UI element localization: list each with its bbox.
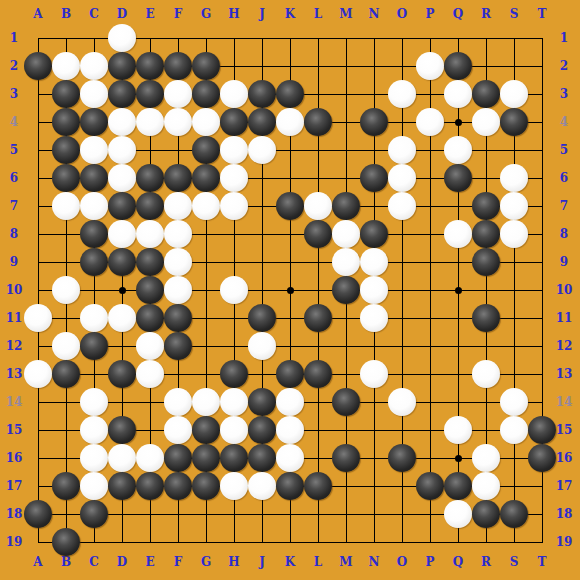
intersection-A18[interactable] [24, 500, 52, 528]
black-stone-E7[interactable] [136, 192, 164, 220]
intersection-M4[interactable] [332, 108, 360, 136]
white-stone-J12[interactable] [248, 332, 276, 360]
intersection-S9[interactable] [500, 248, 528, 276]
intersection-L12[interactable] [304, 332, 332, 360]
intersection-F18[interactable] [164, 500, 192, 528]
intersection-C13[interactable] [80, 360, 108, 388]
intersection-P13[interactable] [416, 360, 444, 388]
intersection-G6[interactable] [192, 164, 220, 192]
black-stone-M10[interactable] [332, 276, 360, 304]
black-stone-L13[interactable] [304, 360, 332, 388]
intersection-L11[interactable] [304, 304, 332, 332]
intersection-J19[interactable] [248, 528, 276, 556]
black-stone-A18[interactable] [24, 500, 52, 528]
intersection-S19[interactable] [500, 528, 528, 556]
intersection-B7[interactable] [52, 192, 80, 220]
white-stone-C3[interactable] [80, 80, 108, 108]
intersection-Q2[interactable] [444, 52, 472, 80]
intersection-A7[interactable] [24, 192, 52, 220]
intersection-M2[interactable] [332, 52, 360, 80]
intersection-P19[interactable] [416, 528, 444, 556]
black-stone-A2[interactable] [24, 52, 52, 80]
intersection-G18[interactable] [192, 500, 220, 528]
black-stone-E17[interactable] [136, 472, 164, 500]
white-stone-D1[interactable] [108, 24, 136, 52]
intersection-B5[interactable] [52, 136, 80, 164]
intersection-B10[interactable] [52, 276, 80, 304]
intersection-E11[interactable] [136, 304, 164, 332]
intersection-E15[interactable] [136, 416, 164, 444]
intersection-A14[interactable] [24, 388, 52, 416]
white-stone-O6[interactable] [388, 164, 416, 192]
intersection-N4[interactable] [360, 108, 388, 136]
intersection-M7[interactable] [332, 192, 360, 220]
intersection-C14[interactable] [80, 388, 108, 416]
white-stone-C7[interactable] [80, 192, 108, 220]
intersection-B14[interactable] [52, 388, 80, 416]
intersection-S7[interactable] [500, 192, 528, 220]
intersection-A1[interactable] [24, 24, 52, 52]
intersection-A2[interactable] [24, 52, 52, 80]
intersection-C18[interactable] [80, 500, 108, 528]
intersection-F1[interactable] [164, 24, 192, 52]
intersection-C15[interactable] [80, 416, 108, 444]
intersection-F7[interactable] [164, 192, 192, 220]
intersection-E4[interactable] [136, 108, 164, 136]
intersection-C17[interactable] [80, 472, 108, 500]
intersection-C6[interactable] [80, 164, 108, 192]
intersection-T12[interactable] [528, 332, 556, 360]
intersection-T15[interactable] [528, 416, 556, 444]
intersection-N17[interactable] [360, 472, 388, 500]
intersection-T9[interactable] [528, 248, 556, 276]
intersection-N6[interactable] [360, 164, 388, 192]
white-stone-R13[interactable] [472, 360, 500, 388]
intersection-A6[interactable] [24, 164, 52, 192]
intersection-Q14[interactable] [444, 388, 472, 416]
intersection-S18[interactable] [500, 500, 528, 528]
intersection-S14[interactable] [500, 388, 528, 416]
intersection-A16[interactable] [24, 444, 52, 472]
intersection-T10[interactable] [528, 276, 556, 304]
intersection-S16[interactable] [500, 444, 528, 472]
intersection-O17[interactable] [388, 472, 416, 500]
intersection-A19[interactable] [24, 528, 52, 556]
intersection-L4[interactable] [304, 108, 332, 136]
intersection-G12[interactable] [192, 332, 220, 360]
white-stone-N13[interactable] [360, 360, 388, 388]
intersection-T7[interactable] [528, 192, 556, 220]
white-stone-C16[interactable] [80, 444, 108, 472]
intersection-C2[interactable] [80, 52, 108, 80]
intersection-D1[interactable] [108, 24, 136, 52]
intersection-N16[interactable] [360, 444, 388, 472]
intersection-H5[interactable] [220, 136, 248, 164]
intersection-P3[interactable] [416, 80, 444, 108]
black-stone-D7[interactable] [108, 192, 136, 220]
intersection-Q4[interactable] [444, 108, 472, 136]
intersection-H15[interactable] [220, 416, 248, 444]
intersection-P9[interactable] [416, 248, 444, 276]
white-stone-O14[interactable] [388, 388, 416, 416]
intersection-K7[interactable] [276, 192, 304, 220]
intersection-F10[interactable] [164, 276, 192, 304]
intersection-G9[interactable] [192, 248, 220, 276]
intersection-G1[interactable] [192, 24, 220, 52]
intersection-S6[interactable] [500, 164, 528, 192]
intersection-K17[interactable] [276, 472, 304, 500]
intersection-J2[interactable] [248, 52, 276, 80]
intersection-N14[interactable] [360, 388, 388, 416]
black-stone-C8[interactable] [80, 220, 108, 248]
black-stone-R11[interactable] [472, 304, 500, 332]
intersection-N1[interactable] [360, 24, 388, 52]
black-stone-T16[interactable] [528, 444, 556, 472]
black-stone-E11[interactable] [136, 304, 164, 332]
intersection-C12[interactable] [80, 332, 108, 360]
black-stone-D9[interactable] [108, 248, 136, 276]
white-stone-J5[interactable] [248, 136, 276, 164]
intersection-R8[interactable] [472, 220, 500, 248]
intersection-J4[interactable] [248, 108, 276, 136]
intersection-H16[interactable] [220, 444, 248, 472]
intersection-E1[interactable] [136, 24, 164, 52]
white-stone-S14[interactable] [500, 388, 528, 416]
intersection-D17[interactable] [108, 472, 136, 500]
intersection-C10[interactable] [80, 276, 108, 304]
black-stone-G2[interactable] [192, 52, 220, 80]
intersection-O9[interactable] [388, 248, 416, 276]
intersection-B12[interactable] [52, 332, 80, 360]
black-stone-K13[interactable] [276, 360, 304, 388]
intersection-Q16[interactable] [444, 444, 472, 472]
intersection-D3[interactable] [108, 80, 136, 108]
black-stone-E9[interactable] [136, 248, 164, 276]
intersection-O3[interactable] [388, 80, 416, 108]
intersection-D4[interactable] [108, 108, 136, 136]
black-stone-M16[interactable] [332, 444, 360, 472]
intersection-T13[interactable] [528, 360, 556, 388]
intersection-E17[interactable] [136, 472, 164, 500]
intersection-P10[interactable] [416, 276, 444, 304]
black-stone-E6[interactable] [136, 164, 164, 192]
white-stone-E13[interactable] [136, 360, 164, 388]
white-stone-H7[interactable] [220, 192, 248, 220]
intersection-O14[interactable] [388, 388, 416, 416]
white-stone-S7[interactable] [500, 192, 528, 220]
intersection-K14[interactable] [276, 388, 304, 416]
white-stone-E16[interactable] [136, 444, 164, 472]
black-stone-K7[interactable] [276, 192, 304, 220]
black-stone-G6[interactable] [192, 164, 220, 192]
white-stone-B7[interactable] [52, 192, 80, 220]
intersection-L16[interactable] [304, 444, 332, 472]
white-stone-Q15[interactable] [444, 416, 472, 444]
black-stone-C12[interactable] [80, 332, 108, 360]
white-stone-C14[interactable] [80, 388, 108, 416]
intersection-O7[interactable] [388, 192, 416, 220]
intersection-B8[interactable] [52, 220, 80, 248]
white-stone-E12[interactable] [136, 332, 164, 360]
white-stone-E4[interactable] [136, 108, 164, 136]
intersection-N9[interactable] [360, 248, 388, 276]
intersection-H6[interactable] [220, 164, 248, 192]
black-stone-R3[interactable] [472, 80, 500, 108]
intersection-T4[interactable] [528, 108, 556, 136]
black-stone-B4[interactable] [52, 108, 80, 136]
black-stone-C4[interactable] [80, 108, 108, 136]
intersection-P2[interactable] [416, 52, 444, 80]
black-stone-B19[interactable] [52, 528, 80, 556]
intersection-G19[interactable] [192, 528, 220, 556]
intersection-D16[interactable] [108, 444, 136, 472]
intersection-P5[interactable] [416, 136, 444, 164]
intersection-K16[interactable] [276, 444, 304, 472]
white-stone-B10[interactable] [52, 276, 80, 304]
black-stone-S4[interactable] [500, 108, 528, 136]
intersection-G11[interactable] [192, 304, 220, 332]
intersection-F11[interactable] [164, 304, 192, 332]
black-stone-F11[interactable] [164, 304, 192, 332]
intersection-K9[interactable] [276, 248, 304, 276]
intersection-N3[interactable] [360, 80, 388, 108]
intersection-C5[interactable] [80, 136, 108, 164]
intersection-H13[interactable] [220, 360, 248, 388]
white-stone-H10[interactable] [220, 276, 248, 304]
black-stone-G3[interactable] [192, 80, 220, 108]
intersection-N11[interactable] [360, 304, 388, 332]
intersection-N8[interactable] [360, 220, 388, 248]
intersection-D15[interactable] [108, 416, 136, 444]
black-stone-D17[interactable] [108, 472, 136, 500]
black-stone-R8[interactable] [472, 220, 500, 248]
white-stone-M8[interactable] [332, 220, 360, 248]
intersection-F12[interactable] [164, 332, 192, 360]
intersection-P6[interactable] [416, 164, 444, 192]
white-stone-N9[interactable] [360, 248, 388, 276]
black-stone-S18[interactable] [500, 500, 528, 528]
black-stone-E3[interactable] [136, 80, 164, 108]
intersection-L10[interactable] [304, 276, 332, 304]
intersection-P11[interactable] [416, 304, 444, 332]
intersection-A12[interactable] [24, 332, 52, 360]
white-stone-H6[interactable] [220, 164, 248, 192]
black-stone-G16[interactable] [192, 444, 220, 472]
white-stone-N11[interactable] [360, 304, 388, 332]
white-stone-D8[interactable] [108, 220, 136, 248]
intersection-K4[interactable] [276, 108, 304, 136]
white-stone-Q3[interactable] [444, 80, 472, 108]
intersection-A3[interactable] [24, 80, 52, 108]
intersection-F3[interactable] [164, 80, 192, 108]
white-stone-C15[interactable] [80, 416, 108, 444]
intersection-Q10[interactable] [444, 276, 472, 304]
intersection-T17[interactable] [528, 472, 556, 500]
intersection-B1[interactable] [52, 24, 80, 52]
intersection-R5[interactable] [472, 136, 500, 164]
intersection-L17[interactable] [304, 472, 332, 500]
intersection-O4[interactable] [388, 108, 416, 136]
intersection-C9[interactable] [80, 248, 108, 276]
intersection-H11[interactable] [220, 304, 248, 332]
intersection-S1[interactable] [500, 24, 528, 52]
white-stone-Q8[interactable] [444, 220, 472, 248]
intersection-R9[interactable] [472, 248, 500, 276]
intersection-P17[interactable] [416, 472, 444, 500]
intersection-K19[interactable] [276, 528, 304, 556]
intersection-F17[interactable] [164, 472, 192, 500]
intersection-M18[interactable] [332, 500, 360, 528]
intersection-G17[interactable] [192, 472, 220, 500]
intersection-G10[interactable] [192, 276, 220, 304]
white-stone-A13[interactable] [24, 360, 52, 388]
black-stone-R7[interactable] [472, 192, 500, 220]
white-stone-B2[interactable] [52, 52, 80, 80]
intersection-K15[interactable] [276, 416, 304, 444]
black-stone-B5[interactable] [52, 136, 80, 164]
black-stone-H13[interactable] [220, 360, 248, 388]
intersection-J8[interactable] [248, 220, 276, 248]
white-stone-C17[interactable] [80, 472, 108, 500]
black-stone-C18[interactable] [80, 500, 108, 528]
intersection-B17[interactable] [52, 472, 80, 500]
black-stone-F2[interactable] [164, 52, 192, 80]
intersection-F5[interactable] [164, 136, 192, 164]
intersection-A17[interactable] [24, 472, 52, 500]
intersection-A5[interactable] [24, 136, 52, 164]
white-stone-P4[interactable] [416, 108, 444, 136]
intersection-D11[interactable] [108, 304, 136, 332]
intersection-H3[interactable] [220, 80, 248, 108]
white-stone-P2[interactable] [416, 52, 444, 80]
black-stone-B6[interactable] [52, 164, 80, 192]
white-stone-K4[interactable] [276, 108, 304, 136]
intersection-M9[interactable] [332, 248, 360, 276]
intersection-G14[interactable] [192, 388, 220, 416]
intersection-E5[interactable] [136, 136, 164, 164]
intersection-L18[interactable] [304, 500, 332, 528]
intersection-R2[interactable] [472, 52, 500, 80]
black-stone-F6[interactable] [164, 164, 192, 192]
intersection-F4[interactable] [164, 108, 192, 136]
intersection-K5[interactable] [276, 136, 304, 164]
intersection-K11[interactable] [276, 304, 304, 332]
white-stone-D6[interactable] [108, 164, 136, 192]
intersection-E3[interactable] [136, 80, 164, 108]
black-stone-B17[interactable] [52, 472, 80, 500]
white-stone-S15[interactable] [500, 416, 528, 444]
intersection-L8[interactable] [304, 220, 332, 248]
intersection-Q6[interactable] [444, 164, 472, 192]
intersection-B6[interactable] [52, 164, 80, 192]
black-stone-J16[interactable] [248, 444, 276, 472]
intersection-H19[interactable] [220, 528, 248, 556]
intersection-R4[interactable] [472, 108, 500, 136]
intersection-H14[interactable] [220, 388, 248, 416]
intersection-B16[interactable] [52, 444, 80, 472]
intersection-T11[interactable] [528, 304, 556, 332]
white-stone-R4[interactable] [472, 108, 500, 136]
intersection-J11[interactable] [248, 304, 276, 332]
intersection-G2[interactable] [192, 52, 220, 80]
intersection-R13[interactable] [472, 360, 500, 388]
intersection-D5[interactable] [108, 136, 136, 164]
intersection-A13[interactable] [24, 360, 52, 388]
intersection-L14[interactable] [304, 388, 332, 416]
intersection-T18[interactable] [528, 500, 556, 528]
white-stone-S3[interactable] [500, 80, 528, 108]
black-stone-J11[interactable] [248, 304, 276, 332]
intersection-S12[interactable] [500, 332, 528, 360]
black-stone-K17[interactable] [276, 472, 304, 500]
intersection-L6[interactable] [304, 164, 332, 192]
white-stone-F9[interactable] [164, 248, 192, 276]
white-stone-K14[interactable] [276, 388, 304, 416]
intersection-D13[interactable] [108, 360, 136, 388]
intersection-F9[interactable] [164, 248, 192, 276]
intersection-S5[interactable] [500, 136, 528, 164]
intersection-H9[interactable] [220, 248, 248, 276]
intersection-D12[interactable] [108, 332, 136, 360]
black-stone-J3[interactable] [248, 80, 276, 108]
intersection-B9[interactable] [52, 248, 80, 276]
intersection-D6[interactable] [108, 164, 136, 192]
intersection-A9[interactable] [24, 248, 52, 276]
black-stone-D15[interactable] [108, 416, 136, 444]
white-stone-M9[interactable] [332, 248, 360, 276]
white-stone-G7[interactable] [192, 192, 220, 220]
white-stone-C11[interactable] [80, 304, 108, 332]
intersection-K10[interactable] [276, 276, 304, 304]
intersection-H2[interactable] [220, 52, 248, 80]
black-stone-L8[interactable] [304, 220, 332, 248]
black-stone-D13[interactable] [108, 360, 136, 388]
intersection-K18[interactable] [276, 500, 304, 528]
white-stone-H17[interactable] [220, 472, 248, 500]
white-stone-D16[interactable] [108, 444, 136, 472]
intersection-Q3[interactable] [444, 80, 472, 108]
intersection-T16[interactable] [528, 444, 556, 472]
intersection-H7[interactable] [220, 192, 248, 220]
white-stone-C2[interactable] [80, 52, 108, 80]
intersection-Q9[interactable] [444, 248, 472, 276]
black-stone-R18[interactable] [472, 500, 500, 528]
intersection-Q8[interactable] [444, 220, 472, 248]
intersection-C1[interactable] [80, 24, 108, 52]
intersection-C16[interactable] [80, 444, 108, 472]
black-stone-F16[interactable] [164, 444, 192, 472]
intersection-L15[interactable] [304, 416, 332, 444]
black-stone-L11[interactable] [304, 304, 332, 332]
intersection-O10[interactable] [388, 276, 416, 304]
intersection-O19[interactable] [388, 528, 416, 556]
intersection-T5[interactable] [528, 136, 556, 164]
intersection-P7[interactable] [416, 192, 444, 220]
intersection-M10[interactable] [332, 276, 360, 304]
intersection-L9[interactable] [304, 248, 332, 276]
intersection-C8[interactable] [80, 220, 108, 248]
intersection-E18[interactable] [136, 500, 164, 528]
white-stone-G14[interactable] [192, 388, 220, 416]
intersection-R18[interactable] [472, 500, 500, 528]
intersection-E10[interactable] [136, 276, 164, 304]
intersection-S3[interactable] [500, 80, 528, 108]
white-stone-A11[interactable] [24, 304, 52, 332]
white-stone-O5[interactable] [388, 136, 416, 164]
white-stone-H15[interactable] [220, 416, 248, 444]
intersection-E19[interactable] [136, 528, 164, 556]
intersection-K2[interactable] [276, 52, 304, 80]
